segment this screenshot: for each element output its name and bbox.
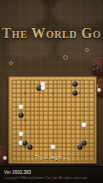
white-stone [82, 122, 87, 127]
version-text: Ver 2002.383 [4, 170, 103, 175]
hoshi-point [52, 92, 54, 94]
grid-line [66, 80, 67, 161]
grid-line [12, 133, 94, 134]
splash-screen: The World Go Try to begin ... Ver 2002.3… [0, 0, 103, 183]
hoshi-point [24, 119, 26, 121]
hoshi-point [79, 92, 81, 94]
tap-to-begin-prompt[interactable]: Try to begin ... [0, 155, 103, 160]
bowl-stone-black [92, 68, 96, 72]
white-stone [18, 104, 23, 109]
black-stone [18, 113, 23, 118]
decorative-dot [85, 48, 89, 52]
grid-line [57, 80, 58, 161]
black-stone [73, 91, 78, 96]
decorative-dot [63, 55, 68, 60]
black-stone [82, 140, 87, 145]
grid-line [61, 80, 62, 161]
copyright-text: Copyright@MasterGames Co.,Ltd. All right… [4, 176, 103, 180]
hoshi-point [24, 146, 26, 148]
black-stone [77, 145, 82, 150]
hoshi-point [24, 92, 26, 94]
grid-line [12, 129, 94, 130]
board-grid [12, 80, 94, 161]
grid-line [12, 160, 94, 161]
grid-line [12, 151, 94, 152]
go-board[interactable] [8, 76, 97, 164]
black-stone [73, 81, 78, 86]
black-stones-bowl [90, 57, 103, 76]
bottom-bar: Ver 2002.383 Copyright@MasterGames Co.,L… [0, 166, 103, 183]
grid-line [70, 80, 71, 161]
app-title: The World Go [0, 26, 103, 42]
white-stone [41, 86, 46, 91]
black-stone [23, 140, 28, 145]
hoshi-point [79, 119, 81, 121]
hoshi-point [52, 119, 54, 121]
grid-line [93, 80, 94, 161]
bowl-stone-black [96, 67, 100, 71]
white-stone [18, 131, 23, 136]
grid-line [89, 80, 90, 161]
grid-line [12, 138, 94, 139]
white-stone [50, 145, 55, 150]
black-stone [27, 145, 32, 150]
grid-line [84, 80, 85, 161]
decorative-dot [9, 61, 13, 65]
bowl-stone-white [97, 88, 101, 92]
